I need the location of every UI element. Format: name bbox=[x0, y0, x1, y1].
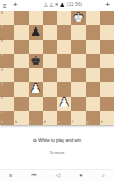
square-a7[interactable]: 7 bbox=[0, 25, 14, 39]
square-d1[interactable]: d bbox=[43, 111, 57, 125]
square-c3[interactable]: ♟ bbox=[29, 82, 43, 96]
square-c7[interactable]: ♟ bbox=[29, 25, 43, 39]
square-c4[interactable] bbox=[29, 68, 43, 82]
square-b4[interactable] bbox=[14, 68, 28, 82]
medal-icon: ✪ bbox=[33, 139, 37, 144]
square-b7[interactable] bbox=[14, 25, 28, 39]
file-label-a: a bbox=[1, 121, 3, 125]
square-a6[interactable]: 6 bbox=[0, 40, 14, 54]
square-c5[interactable]: ♚ bbox=[29, 54, 43, 68]
square-e3[interactable] bbox=[57, 82, 71, 96]
square-c8[interactable] bbox=[29, 11, 43, 25]
square-a1[interactable]: 1a bbox=[0, 111, 14, 125]
square-f8[interactable]: ♚ bbox=[71, 11, 85, 25]
black-king-c5[interactable]: ♚ bbox=[30, 54, 41, 67]
square-e1[interactable]: e bbox=[57, 111, 71, 125]
to-move-text: To move bbox=[0, 151, 114, 155]
square-b5[interactable] bbox=[14, 54, 28, 68]
square-b3[interactable] bbox=[14, 82, 28, 96]
square-c1[interactable]: c bbox=[29, 111, 43, 125]
menu-icon[interactable]: ≡ bbox=[9, 173, 12, 179]
square-d5[interactable] bbox=[43, 54, 57, 68]
material-separator-icon: ✕ bbox=[55, 3, 59, 8]
square-e2[interactable]: ♟ bbox=[57, 97, 71, 111]
previous-move-icon[interactable]: ◁ bbox=[56, 173, 60, 179]
square-a3[interactable]: 3 bbox=[0, 82, 14, 96]
square-h4[interactable] bbox=[100, 68, 114, 82]
puzzle-goal-text: White to play and win bbox=[38, 139, 81, 144]
chess-board: 8♚7♟65♚43♟2♟1abcdefgh bbox=[0, 11, 114, 125]
square-h8[interactable] bbox=[100, 11, 114, 25]
square-g5[interactable] bbox=[86, 54, 100, 68]
rank-label-7: 7 bbox=[1, 26, 3, 30]
white-pawn-c3[interactable]: ♟ bbox=[30, 83, 41, 96]
square-f2[interactable] bbox=[71, 97, 85, 111]
material-display: ♙♙ ✕ ♟ (11:56) bbox=[43, 2, 82, 8]
white-king-f8[interactable]: ♚ bbox=[73, 11, 84, 24]
square-f6[interactable] bbox=[71, 40, 85, 54]
add-icon-left[interactable]: + bbox=[13, 1, 18, 9]
square-g6[interactable] bbox=[86, 40, 100, 54]
add-icon-right[interactable]: + bbox=[105, 1, 110, 9]
rank-label-1: 1 bbox=[1, 111, 3, 115]
square-h3[interactable] bbox=[100, 82, 114, 96]
rank-label-8: 8 bbox=[1, 12, 3, 16]
rank-label-2: 2 bbox=[1, 97, 3, 101]
square-d4[interactable] bbox=[43, 68, 57, 82]
square-b6[interactable] bbox=[14, 40, 28, 54]
white-captured-pawns: ♙♙ bbox=[43, 2, 54, 8]
square-d3[interactable] bbox=[43, 82, 57, 96]
square-e4[interactable] bbox=[57, 68, 71, 82]
square-d7[interactable] bbox=[43, 25, 57, 39]
file-label-e: e bbox=[58, 121, 60, 125]
square-g2[interactable] bbox=[86, 97, 100, 111]
engine-icon[interactable]: ● bbox=[79, 173, 82, 179]
square-d6[interactable] bbox=[43, 40, 57, 54]
square-e5[interactable] bbox=[57, 54, 71, 68]
square-g7[interactable] bbox=[86, 25, 100, 39]
white-pawn-e2[interactable]: ♟ bbox=[59, 97, 70, 110]
square-b8[interactable] bbox=[14, 11, 28, 25]
square-h6[interactable] bbox=[100, 40, 114, 54]
square-f1[interactable]: f bbox=[71, 111, 85, 125]
rank-label-3: 3 bbox=[1, 83, 3, 87]
menu-icon[interactable]: ≡ bbox=[3, 3, 7, 9]
file-label-h: h bbox=[101, 121, 103, 125]
black-pawn-c7[interactable]: ♟ bbox=[30, 26, 41, 39]
square-b2[interactable] bbox=[14, 97, 28, 111]
black-captured-pawns: ♟ bbox=[60, 2, 65, 8]
square-g1[interactable]: g bbox=[86, 111, 100, 125]
rank-label-4: 4 bbox=[1, 69, 3, 73]
annotation-area: ✪ White to play and win To move bbox=[0, 125, 114, 155]
square-e6[interactable] bbox=[57, 40, 71, 54]
black-pawn-icon: ♟ bbox=[60, 2, 65, 8]
rank-label-5: 5 bbox=[1, 54, 3, 58]
square-e7[interactable] bbox=[57, 25, 71, 39]
square-g4[interactable] bbox=[86, 68, 100, 82]
rank-label-6: 6 bbox=[1, 40, 3, 44]
square-d2[interactable] bbox=[43, 97, 57, 111]
square-f7[interactable] bbox=[71, 25, 85, 39]
square-a4[interactable]: 4 bbox=[0, 68, 14, 82]
square-b1[interactable]: b bbox=[14, 111, 28, 125]
square-a8[interactable]: 8 bbox=[0, 11, 14, 25]
square-g3[interactable] bbox=[86, 82, 100, 96]
skip-to-start-icon[interactable]: ⏮ bbox=[32, 173, 37, 179]
file-label-c: c bbox=[30, 121, 32, 125]
square-g8[interactable] bbox=[86, 11, 100, 25]
search-icon[interactable]: ⌕ bbox=[102, 173, 105, 179]
square-h2[interactable] bbox=[100, 97, 114, 111]
square-e8[interactable] bbox=[57, 11, 71, 25]
top-bar: ≡ + ♙♙ ✕ ♟ (11:56) + bbox=[0, 0, 114, 11]
file-label-f: f bbox=[72, 121, 73, 125]
file-label-b: b bbox=[15, 121, 17, 125]
square-f4[interactable] bbox=[71, 68, 85, 82]
square-f5[interactable] bbox=[71, 54, 85, 68]
square-a5[interactable]: 5 bbox=[0, 54, 14, 68]
square-h7[interactable] bbox=[100, 25, 114, 39]
square-h5[interactable] bbox=[100, 54, 114, 68]
puzzle-goal-line: ✪ White to play and win bbox=[0, 139, 114, 144]
square-c2[interactable] bbox=[29, 97, 43, 111]
bottom-toolbar: ≡⏮◁●⌕ bbox=[0, 169, 114, 182]
file-label-d: d bbox=[44, 121, 46, 125]
square-c6[interactable] bbox=[29, 40, 43, 54]
file-label-g: g bbox=[87, 121, 89, 125]
square-d8[interactable] bbox=[43, 11, 57, 25]
square-h1[interactable]: h bbox=[100, 111, 114, 125]
square-f3[interactable] bbox=[71, 82, 85, 96]
white-pawn-icon: ♙ bbox=[48, 2, 53, 8]
square-a2[interactable]: 2 bbox=[0, 97, 14, 111]
clock-text: (11:56) bbox=[67, 3, 82, 8]
